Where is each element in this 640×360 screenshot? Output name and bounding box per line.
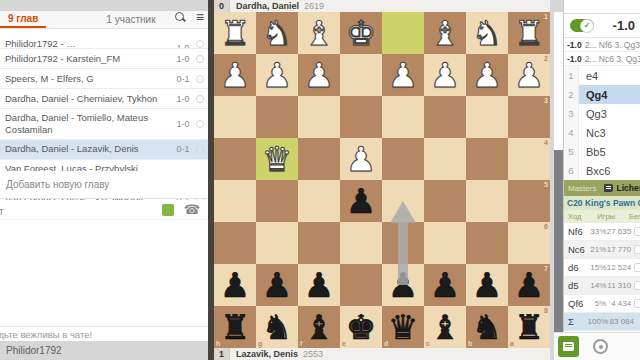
square-c8[interactable]: ♝c xyxy=(424,306,466,348)
chat-panel: Чат ☎ Будьте вежливы в чате! xyxy=(0,200,208,341)
white-pawn: ♟ xyxy=(430,55,460,95)
white-pawn: ♟ xyxy=(346,139,376,179)
black-pawn: ♟ xyxy=(388,265,418,305)
phone-icon[interactable]: ☎ xyxy=(184,202,200,217)
move-number: 1 xyxy=(564,66,579,85)
chat-notice: Будьте вежливы в чате! xyxy=(0,326,208,341)
chapter-item[interactable]: Dardha, Daniel - Cherniaiev, Tykhon1-0 xyxy=(0,89,208,109)
explorer-games: 11 310 xyxy=(606,281,631,290)
explorer-pct: 5% xyxy=(585,299,606,308)
player-rating-black: 2553 xyxy=(303,349,323,359)
line-eval: -1.0 xyxy=(567,54,582,64)
square-e3[interactable] xyxy=(340,96,382,138)
tab-chapters[interactable]: 9 глав xyxy=(0,11,46,28)
move-san: Qg4 xyxy=(579,85,640,104)
square-g5[interactable] xyxy=(256,180,298,222)
result-bar xyxy=(634,281,640,290)
chapter-item[interactable]: Dardha, Daniel - Lazavik, Denis0-1 xyxy=(0,140,208,160)
rank-label: 7 xyxy=(544,265,548,272)
move-row[interactable]: 6Bxc6 xyxy=(564,161,640,180)
result-bar xyxy=(634,263,640,272)
square-c7[interactable]: ♟ xyxy=(424,264,466,306)
square-d8[interactable]: ♛d xyxy=(382,306,424,348)
col-white: Бел xyxy=(629,212,640,221)
game-result: 0-1 xyxy=(173,74,193,84)
rank-label: 3 xyxy=(544,97,548,104)
explorer-move-row[interactable]: Nc621%17 770 xyxy=(564,241,640,259)
chapter-label: Dardha, Daniel - Tomiello, Mateus Costam… xyxy=(5,109,173,139)
square-h6[interactable] xyxy=(214,222,256,264)
square-b8[interactable]: ♞b xyxy=(466,306,508,348)
lichess-study-page: 9 глав 1 участник ≡ Philidor1792 - …1-0P… xyxy=(0,0,640,360)
explorer-games: 83 084 xyxy=(608,317,634,326)
game-result: 1-0 xyxy=(173,119,193,129)
line-moves: 2... Nf6 3. Qg3 xyxy=(585,40,640,50)
square-a5[interactable]: 5 xyxy=(508,180,550,222)
black-pawn: ♟ xyxy=(304,265,334,305)
move-row[interactable]: 5Bb5 xyxy=(564,142,640,161)
square-c2[interactable]: ♟ xyxy=(424,54,466,96)
search-icon[interactable] xyxy=(175,12,186,23)
book-icon xyxy=(563,342,574,351)
black-pawn: ♟ xyxy=(472,265,502,305)
file-label: h xyxy=(216,340,220,347)
white-queen: ♛ xyxy=(262,139,292,179)
engine-toggle[interactable]: ✓ xyxy=(570,19,594,32)
explorer-move: d6 xyxy=(564,262,585,273)
sidebar-tab-icons: ≡ xyxy=(175,12,204,23)
move-number: 2 xyxy=(564,85,579,104)
black-bishop: ♝ xyxy=(304,307,334,347)
black-pawn: ♟ xyxy=(220,265,250,305)
rank-label: 5 xyxy=(544,181,548,188)
opening-name[interactable]: C20 King's Pawn Ga xyxy=(564,196,640,210)
square-e1[interactable]: ♚ xyxy=(340,12,382,54)
square-h7[interactable]: ♟ xyxy=(214,264,256,306)
square-h5[interactable] xyxy=(214,180,256,222)
explorer-move: d5 xyxy=(564,280,585,291)
square-g2[interactable]: ♟ xyxy=(256,54,298,96)
book-icon xyxy=(604,184,613,192)
explorer-move: Σ xyxy=(564,316,586,327)
square-a7[interactable]: ♟7 xyxy=(508,264,550,306)
black-king: ♚ xyxy=(346,307,376,347)
square-f7[interactable]: ♟ xyxy=(298,264,340,306)
game-result: 1-0 xyxy=(173,94,193,104)
square-d5[interactable] xyxy=(382,180,424,222)
chapter-label: Speers, M - Elfers, G xyxy=(5,70,173,88)
square-g7[interactable]: ♟ xyxy=(256,264,298,306)
chapter-menu-icon[interactable] xyxy=(196,95,204,103)
square-f4[interactable] xyxy=(298,138,340,180)
rank-label: 8 xyxy=(544,307,548,314)
game-result: 0-1 xyxy=(173,144,193,154)
move-san: Bb5 xyxy=(579,142,640,161)
chapter-menu-icon[interactable] xyxy=(196,120,204,128)
chapter-label: Dardha, Daniel - Lazavik, Denis xyxy=(5,140,173,158)
move-row[interactable]: 1e4 xyxy=(564,66,640,85)
explorer-move: Qf6 xyxy=(564,298,585,309)
explorer-pct: 15% xyxy=(585,263,606,272)
square-f6[interactable] xyxy=(298,222,340,264)
explorer-tabs: Masters Lichess xyxy=(564,180,640,196)
move-san: Qg3 xyxy=(579,104,640,123)
explorer-move: Nc6 xyxy=(564,244,585,255)
black-knight: ♞ xyxy=(472,307,502,347)
square-g1[interactable]: ♞ xyxy=(256,12,298,54)
white-knight: ♞ xyxy=(472,13,502,53)
white-rook: ♜ xyxy=(220,13,250,53)
explorer-move-row[interactable]: Qf65%4 434 xyxy=(564,295,640,313)
square-b7[interactable]: ♟ xyxy=(466,264,508,306)
square-a6[interactable]: 6 xyxy=(508,222,550,264)
explorer-settings-icon[interactable] xyxy=(593,339,608,354)
file-label: e xyxy=(342,340,346,347)
chapter-item[interactable]: Philidor1792 - Karstein_FM1-0 xyxy=(0,49,208,69)
explorer-pct: 33% xyxy=(585,227,606,236)
square-b2[interactable]: ♟ xyxy=(466,54,508,96)
chapter-item[interactable]: Dardha, Daniel - Tomiello, Mateus Costam… xyxy=(0,109,208,140)
white-pawn: ♟ xyxy=(220,55,250,95)
tab-members[interactable]: 1 участник xyxy=(98,11,163,28)
black-bishop: ♝ xyxy=(430,307,460,347)
white-bishop: ♝ xyxy=(304,13,334,53)
analysis-panel: ✓ -1.0 -1.02... Nf6 3. Qg3-1.02... Nc6 3… xyxy=(563,0,640,360)
study-sidebar: 9 глав 1 участник ≡ Philidor1792 - …1-0P… xyxy=(0,0,208,360)
engine-line[interactable]: -1.02... Nc6 3. Qg3 xyxy=(564,52,640,66)
eval-gauge-white xyxy=(554,12,563,150)
square-f5[interactable] xyxy=(298,180,340,222)
eval-gauge xyxy=(554,12,563,332)
black-pawn: ♟ xyxy=(262,265,292,305)
white-king: ♚ xyxy=(346,13,376,53)
move-number: 4 xyxy=(564,123,579,142)
explorer-pct: 21% xyxy=(585,245,606,254)
chapter-label: Dardha, Daniel - Cherniaiev, Tykhon xyxy=(5,90,173,108)
white-bishop: ♝ xyxy=(430,13,460,53)
move-list: 1e42Qg43Qg34Nc35Bb56Bxc6 xyxy=(564,66,640,180)
line-eval: -1.0 xyxy=(567,40,582,50)
chapter-menu-icon[interactable] xyxy=(196,75,204,83)
rank-label: 6 xyxy=(544,223,548,230)
square-h8[interactable]: ♜h xyxy=(214,306,256,348)
chapter-label: Philidor1792 - … xyxy=(5,35,173,49)
square-e2[interactable] xyxy=(340,54,382,96)
square-b3[interactable] xyxy=(466,96,508,138)
square-c1[interactable]: ♝ xyxy=(424,12,466,54)
result-bar xyxy=(634,245,640,254)
square-e5[interactable]: ♟ xyxy=(340,180,382,222)
explorer-move: Nf6 xyxy=(564,226,585,237)
square-e8[interactable]: ♚e xyxy=(340,306,382,348)
chat-title: Чат xyxy=(0,201,14,219)
square-d7[interactable]: ♟ xyxy=(382,264,424,306)
square-g6[interactable] xyxy=(256,222,298,264)
member-name: Philidor1792 xyxy=(6,345,62,356)
move-san: e4 xyxy=(579,66,640,85)
square-f3[interactable] xyxy=(298,96,340,138)
explorer-total-row: Σ100%83 084 xyxy=(564,313,640,331)
square-d4[interactable] xyxy=(382,138,424,180)
black-knight: ♞ xyxy=(262,307,292,347)
player-bar-black: 1 Lazavik, Denis 2553 xyxy=(214,348,550,360)
square-f1[interactable]: ♝ xyxy=(298,12,340,54)
move-row[interactable]: 3Qg3 xyxy=(564,104,640,123)
square-c4[interactable] xyxy=(424,138,466,180)
move-row[interactable]: 4Nc3 xyxy=(564,123,640,142)
square-b1[interactable]: ♞ xyxy=(466,12,508,54)
black-pawn: ♟ xyxy=(430,265,460,305)
explorer-move-row[interactable]: Nf633%27 635 xyxy=(564,223,640,241)
score-white: 0 xyxy=(214,0,230,12)
chess-board[interactable]: ♜♞♝♚♝♞♜1♟♟♟♟♟♟♟23♛♟4♟56♟♟♟♟♟♟♟7♜h♞g♝f♚e♛… xyxy=(214,12,550,348)
square-g3[interactable] xyxy=(256,96,298,138)
white-pawn: ♟ xyxy=(262,55,292,95)
square-e4[interactable]: ♟ xyxy=(340,138,382,180)
square-a2[interactable]: ♟2 xyxy=(508,54,550,96)
explorer-games: 27 635 xyxy=(606,227,631,236)
square-d2[interactable]: ♟ xyxy=(382,54,424,96)
white-rook: ♜ xyxy=(514,13,544,53)
chat-header: Чат ☎ xyxy=(0,200,208,220)
player-bar-white: 0 Dardha, Daniel 2619 xyxy=(214,0,550,12)
square-a4[interactable]: 4 xyxy=(508,138,550,180)
move-number: 6 xyxy=(564,161,579,180)
rank-label: 4 xyxy=(544,139,548,146)
square-e6[interactable] xyxy=(340,222,382,264)
explorer-header: Ход Игры Бел xyxy=(564,210,640,223)
square-c5[interactable] xyxy=(424,180,466,222)
tab-lichess[interactable]: Lichess xyxy=(616,183,640,193)
white-pawn: ♟ xyxy=(304,55,334,95)
explorer-games: 12 524 xyxy=(606,263,631,272)
file-label: a xyxy=(510,340,514,347)
square-c6[interactable] xyxy=(424,222,466,264)
white-pawn: ♟ xyxy=(514,55,544,95)
col-games: Игры xyxy=(597,212,615,221)
square-a1[interactable]: ♜1 xyxy=(508,12,550,54)
square-h4[interactable] xyxy=(214,138,256,180)
square-f8[interactable]: ♝f xyxy=(298,306,340,348)
square-d3[interactable] xyxy=(382,96,424,138)
square-h1[interactable]: ♜ xyxy=(214,12,256,54)
move-number: 5 xyxy=(564,142,579,161)
square-e7[interactable] xyxy=(340,264,382,306)
square-b6[interactable] xyxy=(466,222,508,264)
file-label: c xyxy=(426,340,430,347)
black-queen: ♛ xyxy=(388,307,418,347)
move-san: Bxc6 xyxy=(579,161,640,180)
score-black: 1 xyxy=(214,348,230,360)
square-a8[interactable]: ♜8a xyxy=(508,306,550,348)
move-number: 3 xyxy=(564,104,579,123)
file-label: f xyxy=(300,340,302,347)
game-result: 1-0 xyxy=(173,54,193,64)
engine-line[interactable]: -1.02... Nf6 3. Qg3 xyxy=(564,38,640,52)
move-san: Nc3 xyxy=(579,123,640,142)
explorer-pct: 14% xyxy=(585,281,606,290)
square-d1[interactable] xyxy=(382,12,424,54)
player-rating-white: 2619 xyxy=(304,1,324,11)
player-name-black: Lazavik, Denis xyxy=(236,349,298,359)
chapter-menu-icon[interactable] xyxy=(196,55,204,63)
chapter-label: Philidor1792 - Karstein_FM xyxy=(5,50,173,68)
presence-toggle[interactable] xyxy=(162,204,174,216)
black-rook: ♜ xyxy=(514,307,544,347)
white-pawn: ♟ xyxy=(472,55,502,95)
white-knight: ♞ xyxy=(262,13,292,53)
explorer-move-row[interactable]: d615%12 524 xyxy=(564,259,640,277)
explorer-rows: Nf633%27 635Nc621%17 770d615%12 524d514%… xyxy=(564,223,640,331)
square-h2[interactable]: ♟ xyxy=(214,54,256,96)
chapter-menu-icon[interactable] xyxy=(196,40,204,48)
chapter-item[interactable]: Philidor1792 - …1-0 xyxy=(0,29,208,49)
black-pawn: ♟ xyxy=(346,181,376,221)
square-f2[interactable]: ♟ xyxy=(298,54,340,96)
black-pawn: ♟ xyxy=(514,265,544,305)
line-moves: 2... Nc6 3. Qg3 xyxy=(585,54,640,64)
explorer-toggle-button[interactable] xyxy=(558,336,579,357)
explorer-move-row[interactable]: d514%11 310 xyxy=(564,277,640,295)
rank-label: 1 xyxy=(544,13,548,20)
chapter-item[interactable]: Speers, M - Elfers, G0-1 xyxy=(0,69,208,89)
square-c3[interactable] xyxy=(424,96,466,138)
rank-label: 2 xyxy=(544,55,548,62)
move-row[interactable]: 2Qg4 xyxy=(564,85,640,104)
square-d6[interactable] xyxy=(382,222,424,264)
explorer-games: 17 770 xyxy=(606,245,631,254)
engine-row: ✓ -1.0 xyxy=(564,13,640,38)
square-a3[interactable]: 3 xyxy=(508,96,550,138)
square-g4[interactable]: ♛ xyxy=(256,138,298,180)
tab-masters[interactable]: Masters xyxy=(568,184,596,193)
toggle-check-icon: ✓ xyxy=(580,19,594,33)
square-b4[interactable] xyxy=(466,138,508,180)
chapter-menu-icon[interactable] xyxy=(196,145,204,153)
explorer-games: 4 434 xyxy=(606,299,631,308)
player-name-white: Dardha, Daniel xyxy=(236,1,299,11)
explorer-pct: 100% xyxy=(586,317,608,326)
result-bar xyxy=(634,227,640,236)
col-move: Ход xyxy=(568,212,581,221)
square-b5[interactable] xyxy=(466,180,508,222)
add-chapter-button[interactable]: Добавить новую главу xyxy=(0,171,208,199)
square-h3[interactable] xyxy=(214,96,256,138)
file-label: g xyxy=(258,340,262,347)
explorer-bottom-bar xyxy=(554,332,640,360)
menu-icon[interactable]: ≡ xyxy=(196,12,204,23)
engine-lines: -1.02... Nf6 3. Qg3-1.02... Nc6 3. Qg3 xyxy=(564,38,640,66)
white-pawn: ♟ xyxy=(388,55,418,95)
engine-eval: -1.0 xyxy=(613,18,635,33)
file-label: b xyxy=(468,340,472,347)
black-rook: ♜ xyxy=(220,307,250,347)
square-g8[interactable]: ♞g xyxy=(256,306,298,348)
file-label: d xyxy=(384,340,388,347)
result-bar xyxy=(634,299,640,308)
